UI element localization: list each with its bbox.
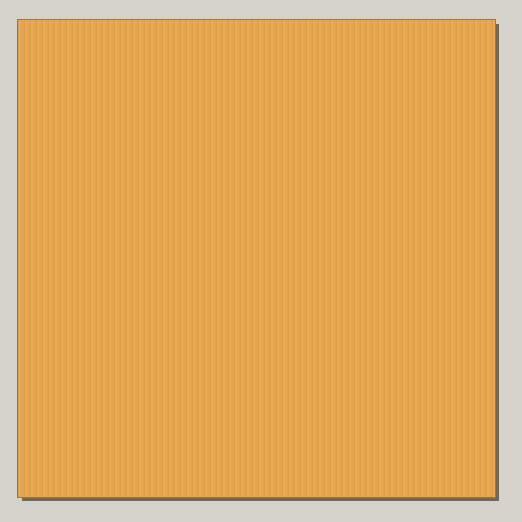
stones-layer (21, 21, 496, 496)
goban[interactable] (18, 20, 495, 497)
go-board-screen (0, 0, 522, 522)
